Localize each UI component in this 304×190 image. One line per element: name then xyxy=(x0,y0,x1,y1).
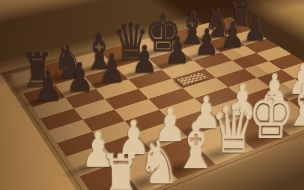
white-rook[interactable]: ♜ xyxy=(98,147,142,190)
black-pawn[interactable]: ♟ xyxy=(131,40,158,78)
white-knight[interactable]: ♞ xyxy=(137,133,180,190)
black-pawn[interactable]: ♟ xyxy=(164,32,190,69)
black-pawn[interactable]: ♟ xyxy=(33,66,63,107)
chessboard-frame: ♜♞♝♛♚♝♞♜♟♟♟♟♟♟♟♟♟♟♟♟♟♟♟♟♜♞♝♛♚♝♞♜ xyxy=(0,23,304,190)
black-pawn[interactable]: ♟ xyxy=(220,17,245,53)
black-pawn[interactable]: ♟ xyxy=(243,11,268,46)
black-pawn[interactable]: ♟ xyxy=(194,24,220,60)
chess-3d-scene: ♜♞♝♛♚♝♞♜♟♟♟♟♟♟♟♟♟♟♟♟♟♟♟♟♜♞♝♛♚♝♞♜ xyxy=(0,0,304,190)
black-pawn[interactable]: ♟ xyxy=(66,57,95,97)
black-pawn[interactable]: ♟ xyxy=(98,49,126,88)
